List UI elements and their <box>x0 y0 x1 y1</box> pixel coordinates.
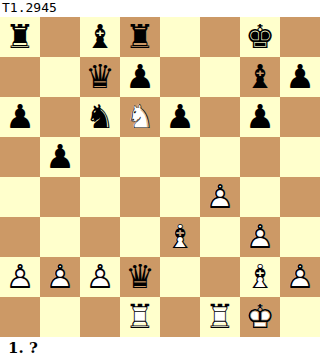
square-b8[interactable] <box>40 17 80 57</box>
square-h4[interactable] <box>280 177 320 217</box>
black-knight-c6: ♞ <box>80 97 120 137</box>
square-f1[interactable]: ♜♖ <box>200 297 240 337</box>
square-h3[interactable] <box>280 217 320 257</box>
square-f5[interactable] <box>200 137 240 177</box>
square-b6[interactable] <box>40 97 80 137</box>
square-c5[interactable] <box>80 137 120 177</box>
black-pawn-e6: ♟ <box>160 97 200 137</box>
square-f2[interactable] <box>200 257 240 297</box>
square-h6[interactable] <box>280 97 320 137</box>
square-e2[interactable] <box>160 257 200 297</box>
square-b5[interactable]: ♟ <box>40 137 80 177</box>
black-queen-d2: ♛ <box>120 257 160 297</box>
black-pawn-d7: ♟ <box>120 57 160 97</box>
square-e8[interactable] <box>160 17 200 57</box>
square-d5[interactable] <box>120 137 160 177</box>
square-c2[interactable]: ♟♙ <box>80 257 120 297</box>
white-pawn-g3: ♟♙ <box>240 217 280 257</box>
square-a7[interactable] <box>0 57 40 97</box>
square-a6[interactable]: ♟ <box>0 97 40 137</box>
white-pawn-h2: ♟♙ <box>280 257 320 297</box>
square-g7[interactable]: ♝ <box>240 57 280 97</box>
square-e3[interactable]: ♝♗ <box>160 217 200 257</box>
square-g1[interactable]: ♚♔ <box>240 297 280 337</box>
square-d1[interactable]: ♜♖ <box>120 297 160 337</box>
white-pawn-b2: ♟♙ <box>40 257 80 297</box>
black-bishop-g7: ♝ <box>240 57 280 97</box>
white-king-g1: ♚♔ <box>240 297 280 337</box>
black-queen-c7: ♛ <box>80 57 120 97</box>
black-pawn-a6: ♟ <box>0 97 40 137</box>
black-pawn-b5: ♟ <box>40 137 80 177</box>
black-pawn-g6: ♟ <box>240 97 280 137</box>
white-pawn-c2: ♟♙ <box>80 257 120 297</box>
square-c4[interactable] <box>80 177 120 217</box>
square-d7[interactable]: ♟ <box>120 57 160 97</box>
square-f4[interactable]: ♟♙ <box>200 177 240 217</box>
square-f7[interactable] <box>200 57 240 97</box>
white-bishop-g2: ♝♗ <box>240 257 280 297</box>
square-g5[interactable] <box>240 137 280 177</box>
square-c3[interactable] <box>80 217 120 257</box>
square-h2[interactable]: ♟♙ <box>280 257 320 297</box>
black-pawn-h7: ♟ <box>280 57 320 97</box>
square-h7[interactable]: ♟ <box>280 57 320 97</box>
square-b2[interactable]: ♟♙ <box>40 257 80 297</box>
white-pawn-f4: ♟♙ <box>200 177 240 217</box>
white-rook-f1: ♜♖ <box>200 297 240 337</box>
square-f8[interactable] <box>200 17 240 57</box>
square-g3[interactable]: ♟♙ <box>240 217 280 257</box>
square-h8[interactable] <box>280 17 320 57</box>
square-a2[interactable]: ♟♙ <box>0 257 40 297</box>
square-h1[interactable] <box>280 297 320 337</box>
square-b7[interactable] <box>40 57 80 97</box>
square-b1[interactable] <box>40 297 80 337</box>
square-b3[interactable] <box>40 217 80 257</box>
chess-board: ♜♝♜♚♛♟♝♟♟♞♞♘♟♟♟♟♙♝♗♟♙♟♙♟♙♟♙♛♝♗♟♙♜♖♜♖♚♔ <box>0 17 320 337</box>
square-a4[interactable] <box>0 177 40 217</box>
white-bishop-e3: ♝♗ <box>160 217 200 257</box>
square-e1[interactable] <box>160 297 200 337</box>
square-f6[interactable] <box>200 97 240 137</box>
black-rook-a8: ♜ <box>0 17 40 57</box>
black-king-g8: ♚ <box>240 17 280 57</box>
square-h5[interactable] <box>280 137 320 177</box>
square-g2[interactable]: ♝♗ <box>240 257 280 297</box>
white-rook-d1: ♜♖ <box>120 297 160 337</box>
square-e6[interactable]: ♟ <box>160 97 200 137</box>
square-g4[interactable] <box>240 177 280 217</box>
black-rook-d8: ♜ <box>120 17 160 57</box>
square-d6[interactable]: ♞♘ <box>120 97 160 137</box>
square-b4[interactable] <box>40 177 80 217</box>
square-d8[interactable]: ♜ <box>120 17 160 57</box>
square-g8[interactable]: ♚ <box>240 17 280 57</box>
square-g6[interactable]: ♟ <box>240 97 280 137</box>
square-d2[interactable]: ♛ <box>120 257 160 297</box>
white-pawn-a2: ♟♙ <box>0 257 40 297</box>
white-knight-d6: ♞♘ <box>120 97 160 137</box>
square-d4[interactable] <box>120 177 160 217</box>
square-a3[interactable] <box>0 217 40 257</box>
black-bishop-c8: ♝ <box>80 17 120 57</box>
square-d3[interactable] <box>120 217 160 257</box>
move-prompt: 1. ? <box>0 337 320 360</box>
square-c1[interactable] <box>80 297 120 337</box>
square-c7[interactable]: ♛ <box>80 57 120 97</box>
square-c6[interactable]: ♞ <box>80 97 120 137</box>
square-c8[interactable]: ♝ <box>80 17 120 57</box>
square-f3[interactable] <box>200 217 240 257</box>
square-e5[interactable] <box>160 137 200 177</box>
puzzle-id: T1.2945 <box>0 0 320 17</box>
square-e4[interactable] <box>160 177 200 217</box>
square-a8[interactable]: ♜ <box>0 17 40 57</box>
square-e7[interactable] <box>160 57 200 97</box>
square-a1[interactable] <box>0 297 40 337</box>
square-a5[interactable] <box>0 137 40 177</box>
